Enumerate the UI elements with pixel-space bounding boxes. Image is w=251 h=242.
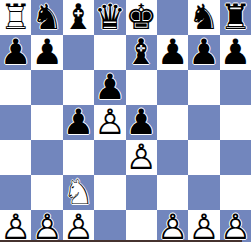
square-b8[interactable]: ♞: [31, 0, 62, 35]
square-g4[interactable]: [188, 140, 219, 175]
square-a6[interactable]: [0, 70, 31, 105]
square-e6[interactable]: [126, 70, 157, 105]
square-b3[interactable]: [31, 175, 62, 210]
square-d5[interactable]: ♟♙: [94, 105, 125, 140]
square-c6[interactable]: [63, 70, 94, 105]
square-a5[interactable]: [0, 105, 31, 140]
white-pawn-icon[interactable]: ♟♙: [94, 105, 125, 140]
chess-app: ♜♖♞♝♛♚♞♜♟♟♝♟♟♟♟♟♟♙♟♟♙♞♘♟♙♟♙♟♙♟♙♟♙♟♙♜♖♝♗♛…: [0, 0, 242, 242]
square-h8[interactable]: ♜: [220, 0, 251, 35]
black-king-icon[interactable]: ♚: [126, 0, 157, 35]
black-bishop-icon[interactable]: ♝: [63, 0, 94, 35]
white-pawn-icon[interactable]: ♟♙: [0, 210, 31, 242]
square-b7[interactable]: ♟: [31, 35, 62, 70]
square-g8[interactable]: ♞: [188, 0, 219, 35]
square-d8[interactable]: ♛: [94, 0, 125, 35]
square-b5[interactable]: [31, 105, 62, 140]
square-g5[interactable]: [188, 105, 219, 140]
square-a2[interactable]: ♟♙: [0, 210, 31, 242]
square-d2[interactable]: [94, 210, 125, 242]
square-f2[interactable]: ♟♙: [157, 210, 188, 242]
square-f3[interactable]: [157, 175, 188, 210]
black-pawn-icon[interactable]: ♟: [63, 105, 94, 140]
square-c3[interactable]: ♞♘: [63, 175, 94, 210]
square-e2[interactable]: [126, 210, 157, 242]
black-rook-icon[interactable]: ♜: [220, 0, 251, 35]
black-pawn-icon[interactable]: ♟: [94, 70, 125, 105]
square-b2[interactable]: ♟♙: [31, 210, 62, 242]
black-pawn-icon[interactable]: ♟: [0, 35, 31, 70]
square-f4[interactable]: [157, 140, 188, 175]
square-e8[interactable]: ♚: [126, 0, 157, 35]
square-a7[interactable]: ♟: [0, 35, 31, 70]
square-h4[interactable]: [220, 140, 251, 175]
square-a3[interactable]: [0, 175, 31, 210]
square-g2[interactable]: ♟♙: [188, 210, 219, 242]
white-pawn-icon[interactable]: ♟♙: [188, 210, 219, 242]
square-d4[interactable]: [94, 140, 125, 175]
square-f6[interactable]: [157, 70, 188, 105]
black-knight-icon[interactable]: ♞: [31, 0, 62, 35]
black-pawn-icon[interactable]: ♟: [220, 35, 251, 70]
black-pawn-icon[interactable]: ♟: [126, 105, 157, 140]
white-knight-icon[interactable]: ♞♘: [63, 175, 94, 210]
square-f8[interactable]: [157, 0, 188, 35]
black-pawn-icon[interactable]: ♟: [188, 35, 219, 70]
chess-board: ♜♖♞♝♛♚♞♜♟♟♝♟♟♟♟♟♟♙♟♟♙♞♘♟♙♟♙♟♙♟♙♟♙♟♙♜♖♝♗♛…: [0, 0, 242, 242]
white-rook-icon[interactable]: ♜♖: [0, 0, 31, 35]
square-e5[interactable]: ♟: [126, 105, 157, 140]
square-d7[interactable]: [94, 35, 125, 70]
square-c2[interactable]: ♟♙: [63, 210, 94, 242]
square-d3[interactable]: [94, 175, 125, 210]
square-e4[interactable]: ♟♙: [126, 140, 157, 175]
white-pawn-icon[interactable]: ♟♙: [126, 140, 157, 175]
square-h3[interactable]: [220, 175, 251, 210]
white-pawn-icon[interactable]: ♟♙: [220, 210, 251, 242]
square-f5[interactable]: [157, 105, 188, 140]
square-a4[interactable]: [0, 140, 31, 175]
square-h6[interactable]: [220, 70, 251, 105]
white-pawn-icon[interactable]: ♟♙: [63, 210, 94, 242]
square-h2[interactable]: ♟♙: [220, 210, 251, 242]
square-e7[interactable]: ♝: [126, 35, 157, 70]
black-knight-icon[interactable]: ♞: [188, 0, 219, 35]
square-c4[interactable]: [63, 140, 94, 175]
square-c8[interactable]: ♝: [63, 0, 94, 35]
square-g6[interactable]: [188, 70, 219, 105]
square-f7[interactable]: ♟: [157, 35, 188, 70]
square-e3[interactable]: [126, 175, 157, 210]
square-g7[interactable]: ♟: [188, 35, 219, 70]
black-queen-icon[interactable]: ♛: [94, 0, 125, 35]
white-pawn-icon[interactable]: ♟♙: [157, 210, 188, 242]
square-a8[interactable]: ♜♖: [0, 0, 31, 35]
square-d6[interactable]: ♟: [94, 70, 125, 105]
square-c5[interactable]: ♟: [63, 105, 94, 140]
black-bishop-icon[interactable]: ♝: [126, 35, 157, 70]
square-h7[interactable]: ♟: [220, 35, 251, 70]
white-pawn-icon[interactable]: ♟♙: [31, 210, 62, 242]
square-c7[interactable]: [63, 35, 94, 70]
black-pawn-icon[interactable]: ♟: [31, 35, 62, 70]
square-h5[interactable]: [220, 105, 251, 140]
square-b4[interactable]: [31, 140, 62, 175]
square-g3[interactable]: [188, 175, 219, 210]
black-pawn-icon[interactable]: ♟: [157, 35, 188, 70]
square-b6[interactable]: [31, 70, 62, 105]
